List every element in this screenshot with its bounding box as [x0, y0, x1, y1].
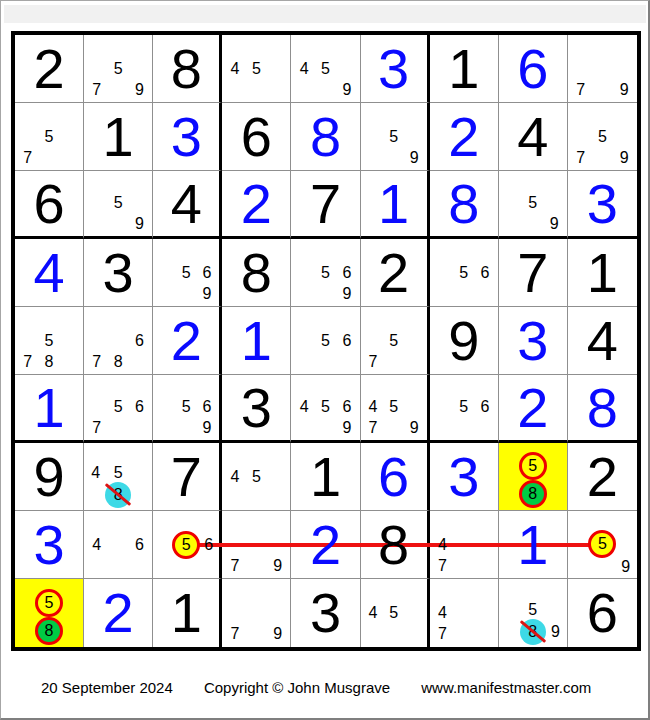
- solved-digit-r3c9: 3: [568, 171, 637, 236]
- pencilmark-slot-r4c5-4: [293, 262, 314, 283]
- pencilmark-slot-r9c6-2: [383, 581, 404, 602]
- cell-r7c9[interactable]: 2: [568, 443, 637, 511]
- pencilmark-slot-r2c6-4: [363, 126, 384, 147]
- cell-r3c5[interactable]: 7: [291, 171, 360, 239]
- cell-r3c3[interactable]: 4: [153, 171, 222, 239]
- pencilmark-slot-r6c3-2: [176, 377, 197, 397]
- pencilmark-slot-r1c4-8: [246, 79, 267, 100]
- pencilmark-slot-r7c4-6: [267, 466, 288, 487]
- pencilmark-slot-r6c2-3: [129, 377, 150, 397]
- pencilmark-slot-r7c4-8: [246, 487, 267, 508]
- pencilmark-slot-r8c3-9: [200, 559, 217, 577]
- circled-candidate-8: 8: [35, 617, 63, 645]
- pencilmark-slot-r1c5-3: [336, 37, 357, 58]
- pencilmark-slot-r1c9-4: [570, 58, 592, 79]
- pencilmark-slot-r6c2-5: 5: [107, 397, 128, 417]
- cell-r1c5[interactable]: 459: [291, 35, 360, 103]
- pencilmark-slot-r9c6-6: [404, 602, 425, 623]
- solved-digit-r8c5: 2: [291, 511, 359, 578]
- given-digit-r2c8: 4: [499, 103, 567, 170]
- pencilmark-slot-r7c4-9: [267, 487, 288, 508]
- cell-r6c2[interactable]: 567: [84, 375, 153, 443]
- pencilmark-slot-r7c8-2: [519, 445, 547, 452]
- pencilmark-slot-r1c4-5: 5: [246, 58, 267, 79]
- pencilmark-slot-r1c2-3: [129, 37, 150, 58]
- pencilmark-slot-r4c5-7: [293, 283, 314, 304]
- pencilmark-slot-r5c1-6: [60, 330, 81, 351]
- cell-r6c4[interactable]: 3: [222, 375, 291, 443]
- pencilmark-slot-r4c3-9: 9: [197, 283, 218, 304]
- cell-r6c9[interactable]: 8: [568, 375, 637, 443]
- pencilmark-slot-r5c5-1: [293, 309, 314, 330]
- cell-r2c2[interactable]: 1: [84, 103, 153, 171]
- pencilmark-slot-r8c9-6: [616, 530, 635, 558]
- cell-r8c2[interactable]: 46: [84, 511, 153, 579]
- pencilmark-slot-r7c2-9: [131, 482, 150, 508]
- pencilmarks-r7c8: 58: [501, 445, 565, 508]
- pencilmark-slot-r6c7-8: [453, 418, 474, 438]
- cell-r6c6[interactable]: 4579: [361, 375, 430, 443]
- cell-r8c5[interactable]: 2: [291, 511, 360, 579]
- pencilmark-slot-r4c7-8: [453, 283, 474, 304]
- solved-digit-r3c7: 8: [430, 171, 498, 236]
- solved-digit-r7c6: 6: [361, 443, 427, 510]
- pencilmark-slot-r6c6-1: [363, 377, 384, 397]
- pencilmark-slot-r7c4-3: [267, 445, 288, 466]
- cell-r8c6[interactable]: 8: [361, 511, 430, 579]
- cell-r7c5[interactable]: 1: [291, 443, 360, 511]
- cell-r4c8[interactable]: 7: [499, 239, 568, 307]
- solved-digit-r8c1: 3: [15, 511, 83, 578]
- pencilmark-slot-r6c5-2: [315, 377, 336, 397]
- pencilmark-slot-r8c4-5: [246, 534, 267, 555]
- pencilmark-slot-r9c7-9: [474, 624, 495, 645]
- pencilmark-slot-r7c2-3: [131, 445, 150, 464]
- pencilmark-slot-r3c8-4: [501, 193, 522, 213]
- pencilmark-slot-r6c3-5: 5: [176, 397, 197, 417]
- cell-r3c8[interactable]: 59: [499, 171, 568, 239]
- pencilmark-slot-r9c1-2: [35, 581, 63, 589]
- cell-r7c1[interactable]: 9: [15, 443, 84, 511]
- pencilmarks-r7c4: 45: [224, 445, 288, 508]
- pencilmark-slot-r1c2-5: 5: [107, 58, 128, 79]
- pencilmark-slot-r9c7-6: [474, 602, 495, 623]
- pencilmark-slot-r6c2-2: [107, 377, 128, 397]
- cell-r9c4[interactable]: 79: [222, 579, 291, 647]
- cell-r9c1[interactable]: 58: [15, 579, 84, 647]
- pencilmark-slot-r1c5-6: [336, 58, 357, 79]
- pencilmark-slot-r7c2-5: 5: [105, 464, 131, 483]
- pencilmark-slot-r9c1-7: [17, 617, 35, 645]
- pencilmark-slot-r8c2-3: [129, 513, 150, 534]
- cell-r2c9[interactable]: 579: [568, 103, 637, 171]
- cell-r9c3[interactable]: 1: [153, 579, 222, 647]
- pencilmark-slot-r8c2-5: [107, 534, 128, 555]
- given-digit-r5c9: 4: [568, 307, 637, 374]
- pencilmark-slot-r8c3-2: [172, 513, 200, 531]
- cell-r9c7[interactable]: 47: [430, 579, 499, 647]
- given-digit-r1c7: 1: [430, 35, 498, 102]
- pencilmark-slot-r1c2-1: [86, 37, 107, 58]
- pencilmark-slot-r5c5-9: [336, 351, 357, 372]
- cell-r2c5[interactable]: 8: [291, 103, 360, 171]
- given-digit-r9c5: 3: [291, 579, 359, 647]
- pencilmark-slot-r6c3-6: 6: [197, 397, 218, 417]
- cell-r3c1[interactable]: 6: [15, 171, 84, 239]
- cell-r8c7[interactable]: 47: [430, 511, 499, 579]
- pencilmark-slot-r4c7-5: 5: [453, 262, 474, 283]
- cell-r3c2[interactable]: 59: [84, 171, 153, 239]
- pencilmark-slot-r6c7-2: [453, 377, 474, 397]
- pencilmark-slot-r1c2-2: [107, 37, 128, 58]
- cell-r1c2[interactable]: 579: [84, 35, 153, 103]
- given-digit-r4c6: 2: [361, 239, 427, 306]
- cell-r1c3[interactable]: 8: [153, 35, 222, 103]
- pencilmark-slot-r1c5-1: [293, 37, 314, 58]
- sudoku-app-page: 2579845459316795713685924579659427185934…: [0, 0, 650, 720]
- cell-r5c2[interactable]: 678: [84, 307, 153, 375]
- cell-r4c7[interactable]: 56: [430, 239, 499, 307]
- pencilmark-slot-r3c8-8: [522, 214, 543, 234]
- pencilmark-slot-r8c2-2: [107, 513, 128, 534]
- pencilmark-slot-r2c6-9: 9: [404, 147, 425, 168]
- pencilmarks-r1c5: 459: [293, 37, 357, 100]
- pencilmark-slot-r8c4-8: [246, 555, 267, 576]
- cell-r1c9[interactable]: 79: [568, 35, 637, 103]
- pencilmark-slot-r7c8-6: [547, 452, 565, 480]
- given-digit-r1c3: 8: [153, 35, 219, 102]
- solved-digit-r7c7: 3: [430, 443, 498, 510]
- cell-r2c6[interactable]: 59: [361, 103, 430, 171]
- pencilmarks-r6c6: 4579: [363, 377, 425, 438]
- cell-r8c3[interactable]: 56: [153, 511, 222, 579]
- cell-r4c2[interactable]: 3: [84, 239, 153, 307]
- cell-r2c8[interactable]: 4: [499, 103, 568, 171]
- pencilmark-slot-r9c8-9: 9: [546, 619, 565, 645]
- cell-r4c4[interactable]: 8: [222, 239, 291, 307]
- pencilmark-slot-r9c1-1: [17, 581, 35, 589]
- solved-digit-r5c4: 1: [222, 307, 290, 374]
- cell-r5c7[interactable]: 9: [430, 307, 499, 375]
- pencilmark-slot-r9c4-1: [224, 581, 245, 602]
- pencilmark-slot-r2c9-3: [613, 105, 635, 126]
- cell-r1c4[interactable]: 45: [222, 35, 291, 103]
- cell-r6c5[interactable]: 4569: [291, 375, 360, 443]
- pencilmark-slot-r3c2-1: [86, 173, 107, 193]
- pencilmark-slot-r7c8-7: [501, 480, 519, 508]
- pencilmark-slot-r4c5-1: [293, 241, 314, 262]
- solved-digit-r3c6: 1: [361, 171, 427, 236]
- given-digit-r9c9: 6: [568, 579, 637, 647]
- pencilmark-slot-r8c2-1: [86, 513, 107, 534]
- pencilmark-slot-r6c2-1: [86, 377, 107, 397]
- pencilmark-slot-r9c6-1: [363, 581, 384, 602]
- pencilmark-slot-r1c4-4: 4: [224, 58, 245, 79]
- pencilmark-slot-r5c6-8: [383, 351, 404, 372]
- solved-digit-r8c8: 1: [499, 511, 567, 578]
- cell-r2c1[interactable]: 57: [15, 103, 84, 171]
- pencilmarks-r8c9: 59: [570, 513, 635, 576]
- cell-r4c5[interactable]: 569: [291, 239, 360, 307]
- pencilmark-slot-r9c1-3: [63, 581, 81, 589]
- pencilmark-slot-r9c4-8: [246, 624, 267, 645]
- pencilmarks-r9c1: 58: [17, 581, 81, 645]
- cell-r7c6[interactable]: 6: [361, 443, 430, 511]
- pencilmark-slot-r5c2-6: 6: [129, 330, 150, 351]
- pencilmark-slot-r4c3-8: [176, 283, 197, 304]
- cell-r5c5[interactable]: 56: [291, 307, 360, 375]
- cell-r3c4[interactable]: 2: [222, 171, 291, 239]
- pencilmark-slot-r6c6-6: [404, 397, 425, 417]
- pencilmark-slot-r9c7-2: [453, 581, 474, 602]
- pencilmark-slot-r1c4-2: [246, 37, 267, 58]
- cell-r5c9[interactable]: 4: [568, 307, 637, 375]
- pencilmark-slot-r5c6-7: 7: [363, 351, 384, 372]
- cell-r7c2[interactable]: 458: [84, 443, 153, 511]
- cell-r2c3[interactable]: 3: [153, 103, 222, 171]
- cell-r8c1[interactable]: 3: [15, 511, 84, 579]
- pencilmark-slot-r4c5-3: [336, 241, 357, 262]
- pencilmark-slot-r7c8-9: [547, 480, 565, 508]
- pencilmarks-r5c6: 57: [363, 309, 425, 372]
- pencilmarks-r1c2: 579: [86, 37, 150, 100]
- cell-r3c7[interactable]: 8: [430, 171, 499, 239]
- pencilmark-slot-r3c2-9: 9: [129, 214, 150, 234]
- cell-r2c7[interactable]: 2: [430, 103, 499, 171]
- cell-r8c4[interactable]: 79: [222, 511, 291, 579]
- pencilmark-slot-r1c9-8: [592, 79, 614, 100]
- cell-r3c6[interactable]: 1: [361, 171, 430, 239]
- pencilmark-slot-r3c8-5: 5: [522, 193, 543, 213]
- pencilmark-slot-r9c8-5: 5: [520, 600, 546, 619]
- cell-r6c1[interactable]: 1: [15, 375, 84, 443]
- pencilmark-slot-r8c3-7: [155, 559, 172, 577]
- pencilmark-slot-r8c3-1: [155, 513, 172, 531]
- pencilmark-slot-r6c2-8: [107, 418, 128, 438]
- pencilmark-slot-r9c7-4: 4: [432, 602, 453, 623]
- pencilmark-slot-r5c6-4: [363, 330, 384, 351]
- pencilmark-slot-r6c3-4: [155, 397, 176, 417]
- pencilmark-slot-r6c6-2: [383, 377, 404, 397]
- top-scrollbar-track: [4, 5, 646, 23]
- pencilmark-slot-r7c2-6: [131, 464, 150, 483]
- pencilmark-slot-r9c4-5: [246, 602, 267, 623]
- pencilmark-slot-r6c6-8: [383, 418, 404, 438]
- pencilmark-slot-r1c5-2: [315, 37, 336, 58]
- cell-r3c9[interactable]: 3: [568, 171, 637, 239]
- cell-r6c3[interactable]: 569: [153, 375, 222, 443]
- pencilmark-slot-r8c4-9: 9: [267, 555, 288, 576]
- cell-r4c6[interactable]: 2: [361, 239, 430, 307]
- pencilmark-slot-r7c8-8: 8: [519, 480, 547, 508]
- given-digit-r3c3: 4: [153, 171, 219, 236]
- pencilmark-slot-r6c5-1: [293, 377, 314, 397]
- pencilmark-slot-r8c9-7: [570, 558, 589, 576]
- pencilmark-slot-r1c9-6: [613, 58, 635, 79]
- pencilmark-slot-r8c7-1: [432, 513, 453, 534]
- pencilmark-slot-r5c6-3: [404, 309, 425, 330]
- pencilmark-slot-r8c4-1: [224, 513, 245, 534]
- given-digit-r3c1: 6: [15, 171, 83, 236]
- cell-r7c4[interactable]: 45: [222, 443, 291, 511]
- pencilmark-slot-r6c7-4: [432, 397, 453, 417]
- cell-r9c2[interactable]: 2: [84, 579, 153, 647]
- pencilmark-slot-r2c6-3: [404, 105, 425, 126]
- pencilmarks-r5c2: 678: [86, 309, 150, 372]
- pencilmark-slot-r1c5-7: [293, 79, 314, 100]
- pencilmark-slot-r5c5-8: [315, 351, 336, 372]
- cell-r9c8[interactable]: 589: [499, 579, 568, 647]
- pencilmark-slot-r4c3-3: [197, 241, 218, 262]
- pencilmarks-r1c4: 45: [224, 37, 288, 100]
- pencilmark-slot-r5c1-4: [17, 330, 38, 351]
- pencilmark-slot-r8c9-3: [616, 513, 635, 530]
- pencilmark-slot-r2c6-5: 5: [383, 126, 404, 147]
- eliminated-candidate-8: 8: [105, 482, 131, 508]
- cell-r5c1[interactable]: 578: [15, 307, 84, 375]
- pencilmarks-r4c7: 56: [432, 241, 496, 304]
- pencilmarks-r3c8: 59: [501, 173, 565, 234]
- pencilmark-slot-r6c7-9: [474, 418, 495, 438]
- pencilmark-slot-r4c3-5: 5: [176, 262, 197, 283]
- pencilmarks-r8c4: 79: [224, 513, 288, 576]
- cell-r9c5[interactable]: 3: [291, 579, 360, 647]
- pencilmark-slot-r1c9-7: 7: [570, 79, 592, 100]
- pencilmark-slot-r1c5-5: 5: [315, 58, 336, 79]
- pencilmark-slot-r6c7-5: 5: [453, 397, 474, 417]
- cell-r7c3[interactable]: 7: [153, 443, 222, 511]
- cell-r6c8[interactable]: 2: [499, 375, 568, 443]
- pencilmark-slot-r7c4-4: 4: [224, 466, 245, 487]
- given-digit-r4c8: 7: [499, 239, 567, 306]
- circled-candidate-5: 5: [172, 531, 200, 559]
- pencilmark-slot-r5c6-5: 5: [383, 330, 404, 351]
- pencilmark-slot-r8c7-4: 4: [432, 534, 453, 555]
- pencilmark-slot-r7c8-5: 5: [519, 452, 547, 480]
- cell-r1c7[interactable]: 1: [430, 35, 499, 103]
- cell-r1c6[interactable]: 3: [361, 35, 430, 103]
- circled-candidate-8: 8: [519, 480, 547, 508]
- solved-digit-r2c7: 2: [430, 103, 498, 170]
- cell-r9c9[interactable]: 6: [568, 579, 637, 647]
- solved-digit-r5c3: 2: [153, 307, 219, 374]
- cell-r8c9[interactable]: 59: [568, 511, 637, 579]
- pencilmark-slot-r3c8-2: [522, 173, 543, 193]
- cell-r1c1[interactable]: 2: [15, 35, 84, 103]
- pencilmark-slot-r6c7-1: [432, 377, 453, 397]
- pencilmark-slot-r3c2-8: [107, 214, 128, 234]
- pencilmark-slot-r6c5-7: [293, 418, 314, 438]
- given-digit-r4c2: 3: [84, 239, 152, 306]
- pencilmark-slot-r3c8-6: [544, 193, 565, 213]
- pencilmark-slot-r8c2-8: [107, 555, 128, 576]
- pencilmark-slot-r5c5-3: [336, 309, 357, 330]
- pencilmark-slot-r2c9-6: [613, 126, 635, 147]
- pencilmark-slot-r2c9-2: [592, 105, 614, 126]
- pencilmark-slot-r2c9-4: [570, 126, 592, 147]
- pencilmark-slot-r2c9-7: 7: [570, 147, 592, 168]
- pencilmark-slot-r8c9-4: [570, 530, 589, 558]
- circled-candidate-5: 5: [519, 452, 547, 480]
- pencilmarks-r9c4: 79: [224, 581, 288, 645]
- pencilmark-slot-r9c1-9: [63, 617, 81, 645]
- pencilmark-slot-r2c6-2: [383, 105, 404, 126]
- pencilmark-slot-r9c1-8: 8: [35, 617, 63, 645]
- pencilmark-slot-r4c7-9: [474, 283, 495, 304]
- pencilmark-slot-r7c4-5: 5: [246, 466, 267, 487]
- cell-r2c4[interactable]: 6: [222, 103, 291, 171]
- given-digit-r7c9: 2: [568, 443, 637, 510]
- cell-r5c6[interactable]: 57: [361, 307, 430, 375]
- pencilmark-slot-r2c6-6: [404, 126, 425, 147]
- pencilmark-slot-r5c5-5: 5: [315, 330, 336, 351]
- pencilmark-slot-r9c1-4: [17, 589, 35, 617]
- pencilmark-slot-r1c4-1: [224, 37, 245, 58]
- pencilmarks-r2c1: 57: [17, 105, 81, 168]
- circled-candidate-5: 5: [35, 589, 63, 617]
- cell-r4c3[interactable]: 569: [153, 239, 222, 307]
- pencilmark-slot-r8c7-6: [474, 534, 495, 555]
- cell-r5c8[interactable]: 3: [499, 307, 568, 375]
- pencilmark-slot-r2c6-8: [383, 147, 404, 168]
- pencilmark-slot-r5c2-3: [129, 309, 150, 330]
- pencilmark-slot-r9c7-7: 7: [432, 624, 453, 645]
- cell-r5c4[interactable]: 1: [222, 307, 291, 375]
- pencilmark-slot-r7c4-2: [246, 445, 267, 466]
- cell-r5c3[interactable]: 2: [153, 307, 222, 375]
- pencilmark-slot-r3c2-2: [107, 173, 128, 193]
- pencilmark-slot-r5c2-5: [107, 330, 128, 351]
- pencilmark-slot-r6c5-8: [315, 418, 336, 438]
- pencilmark-slot-r8c4-2: [246, 513, 267, 534]
- cell-r6c7[interactable]: 56: [430, 375, 499, 443]
- pencilmark-slot-r6c3-9: 9: [197, 418, 218, 438]
- cell-r4c1[interactable]: 4: [15, 239, 84, 307]
- cell-r7c8[interactable]: 58: [499, 443, 568, 511]
- cell-r7c7[interactable]: 3: [430, 443, 499, 511]
- cell-r1c8[interactable]: 6: [499, 35, 568, 103]
- pencilmark-slot-r8c9-1: [570, 513, 589, 530]
- cell-r9c6[interactable]: 45: [361, 579, 430, 647]
- cell-r4c9[interactable]: 1: [568, 239, 637, 307]
- pencilmark-slot-r1c9-5: [592, 58, 614, 79]
- pencilmark-slot-r5c2-9: [129, 351, 150, 372]
- footer: 20 September 2024 Copyright © John Musgr…: [41, 679, 591, 696]
- cell-r8c8[interactable]: 1: [499, 511, 568, 579]
- solved-digit-r1c6: 3: [361, 35, 427, 102]
- pencilmark-slot-r8c9-5: 5: [588, 530, 616, 558]
- pencilmark-slot-r4c7-2: [453, 241, 474, 262]
- pencilmark-slot-r1c5-8: [315, 79, 336, 100]
- pencilmark-slot-r9c6-7: [363, 624, 384, 645]
- pencilmark-slot-r7c8-4: [501, 452, 519, 480]
- pencilmark-slot-r5c2-2: [107, 309, 128, 330]
- pencilmark-slot-r8c7-7: 7: [432, 555, 453, 576]
- pencilmarks-r5c1: 578: [17, 309, 81, 372]
- pencilmark-slot-r7c4-1: [224, 445, 245, 466]
- pencilmark-slot-r5c1-1: [17, 309, 38, 330]
- pencilmark-slot-r2c1-7: 7: [17, 147, 38, 168]
- pencilmark-slot-r9c8-1: [501, 581, 520, 600]
- pencilmark-slot-r1c2-6: [129, 58, 150, 79]
- pencilmark-slot-r7c4-7: [224, 487, 245, 508]
- sudoku-board: 2579845459316795713685924579659427185934…: [11, 31, 641, 651]
- pencilmark-slot-r7c2-4: 4: [86, 464, 105, 483]
- pencilmark-slot-r2c9-1: [570, 105, 592, 126]
- pencilmark-slot-r1c2-4: [86, 58, 107, 79]
- pencilmarks-r2c9: 579: [570, 105, 635, 168]
- pencilmark-slot-r5c1-9: [60, 351, 81, 372]
